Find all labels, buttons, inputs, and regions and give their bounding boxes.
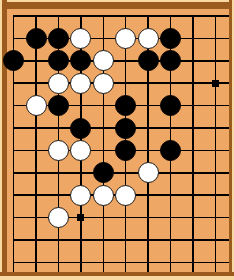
black-stone [48,50,69,71]
black-stone [160,95,181,116]
white-stone [138,28,159,49]
black-stone [160,140,181,161]
white-stone [70,28,91,49]
hoshi-marker [77,214,84,221]
white-stone [48,73,69,94]
black-stone [48,95,69,116]
black-stone [160,28,181,49]
white-stone [70,185,91,206]
white-stone [115,28,136,49]
black-stone [93,162,114,183]
grid-line-horizontal [13,172,229,174]
board-frame-bottom [0,272,234,280]
white-stone [48,207,69,228]
grid-line-horizontal [13,217,229,219]
board-frame-left [0,0,7,280]
white-stone [48,140,69,161]
white-stone [93,73,114,94]
white-stone [138,162,159,183]
black-stone [160,50,181,71]
grid-line-horizontal [13,60,229,62]
grid-line-horizontal [13,82,229,84]
black-stone [138,50,159,71]
black-stone [3,50,24,71]
white-stone [115,185,136,206]
grid-line-horizontal [13,262,229,264]
go-board-diagram[interactable] [0,0,234,280]
grid-line-vertical [215,15,217,273]
black-stone [115,140,136,161]
black-stone [48,28,69,49]
white-stone [93,185,114,206]
board-frame-top [0,0,234,9]
black-stone [70,50,91,71]
grid-line-vertical [35,15,37,273]
black-stone [26,28,47,49]
black-stone [70,118,91,139]
white-stone [93,50,114,71]
grid-line-horizontal [13,15,229,17]
hoshi-marker [212,80,219,87]
board-frame-right [229,0,234,280]
white-stone [70,73,91,94]
black-stone [115,95,136,116]
white-stone [26,95,47,116]
white-stone [70,140,91,161]
grid-line-horizontal [13,239,229,241]
grid-line-vertical [192,15,194,273]
black-stone [115,118,136,139]
